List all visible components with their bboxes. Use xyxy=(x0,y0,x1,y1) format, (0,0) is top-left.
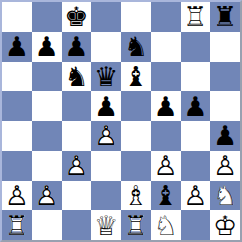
white-rook-icon[interactable]: ♜♖ xyxy=(2,210,32,240)
piece-outline: ♗ xyxy=(124,181,148,210)
square-d2[interactable] xyxy=(91,181,121,211)
white-knight-icon[interactable]: ♞♘ xyxy=(151,210,181,240)
piece-outline: ♙ xyxy=(35,181,59,210)
piece-outline: ♙ xyxy=(183,181,207,210)
black-pawn-icon[interactable]: ♟ xyxy=(91,91,121,121)
square-g7[interactable] xyxy=(181,32,211,62)
white-pawn-icon[interactable]: ♟♙ xyxy=(181,181,211,211)
piece-outline: ♘ xyxy=(213,181,237,210)
square-e6[interactable]: ♝ xyxy=(121,62,151,92)
black-bishop-icon[interactable]: ♝ xyxy=(121,62,151,92)
square-a4[interactable] xyxy=(2,121,32,151)
square-c7[interactable]: ♟ xyxy=(62,32,92,62)
square-e7[interactable]: ♞ xyxy=(121,32,151,62)
piece-outline: ♙ xyxy=(5,181,29,210)
square-a5[interactable] xyxy=(2,91,32,121)
square-b3[interactable] xyxy=(32,151,62,181)
square-d8[interactable] xyxy=(91,2,121,32)
square-f7[interactable] xyxy=(151,32,181,62)
black-pawn-icon[interactable]: ♟ xyxy=(32,32,62,62)
piece-outline: ♘ xyxy=(154,211,178,240)
square-d6[interactable]: ♛ xyxy=(91,62,121,92)
piece-outline: ♙ xyxy=(64,151,88,180)
square-d5[interactable]: ♟ xyxy=(91,91,121,121)
square-f6[interactable] xyxy=(151,62,181,92)
square-b5[interactable] xyxy=(32,91,62,121)
black-bishop-icon[interactable]: ♝ xyxy=(151,181,181,211)
white-pawn-icon[interactable]: ♟♙ xyxy=(2,181,32,211)
white-pawn-icon[interactable]: ♟♙ xyxy=(210,151,240,181)
square-b4[interactable] xyxy=(32,121,62,151)
black-pawn-icon[interactable]: ♟ xyxy=(2,32,32,62)
square-g1[interactable] xyxy=(181,210,211,240)
white-knight-icon[interactable]: ♞♘ xyxy=(210,181,240,211)
square-a6[interactable] xyxy=(2,62,32,92)
square-b6[interactable] xyxy=(32,62,62,92)
square-a3[interactable] xyxy=(2,151,32,181)
black-rook-icon[interactable]: ♜ xyxy=(210,2,240,32)
square-f8[interactable] xyxy=(151,2,181,32)
white-pawn-icon[interactable]: ♟♙ xyxy=(91,121,121,151)
square-d4[interactable]: ♟♙ xyxy=(91,121,121,151)
white-pawn-icon[interactable]: ♟♙ xyxy=(32,181,62,211)
square-f2[interactable]: ♝ xyxy=(151,181,181,211)
piece-outline: ♖ xyxy=(5,211,29,240)
square-c3[interactable]: ♟♙ xyxy=(62,151,92,181)
black-pawn-icon[interactable]: ♟ xyxy=(151,91,181,121)
square-f3[interactable]: ♟♙ xyxy=(151,151,181,181)
square-g6[interactable] xyxy=(181,62,211,92)
square-d3[interactable] xyxy=(91,151,121,181)
square-h1[interactable]: ♚♔ xyxy=(210,210,240,240)
black-king-icon[interactable]: ♚ xyxy=(62,2,92,32)
piece-outline: ♙ xyxy=(154,151,178,180)
square-h2[interactable]: ♞♘ xyxy=(210,181,240,211)
square-a8[interactable] xyxy=(2,2,32,32)
square-c5[interactable] xyxy=(62,91,92,121)
piece-outline: ♕ xyxy=(94,211,118,240)
white-bishop-icon[interactable]: ♝♗ xyxy=(121,181,151,211)
square-b7[interactable]: ♟ xyxy=(32,32,62,62)
piece-outline: ♖ xyxy=(124,211,148,240)
black-queen-icon[interactable]: ♛ xyxy=(91,62,121,92)
white-king-icon[interactable]: ♚♔ xyxy=(210,210,240,240)
square-a7[interactable]: ♟ xyxy=(2,32,32,62)
square-g4[interactable] xyxy=(181,121,211,151)
square-c6[interactable]: ♞ xyxy=(62,62,92,92)
piece-outline: ♙ xyxy=(94,121,118,150)
square-c1[interactable] xyxy=(62,210,92,240)
white-rook-icon[interactable]: ♜♖ xyxy=(181,2,211,32)
square-h7[interactable] xyxy=(210,32,240,62)
square-b8[interactable] xyxy=(32,2,62,32)
white-rook-icon[interactable]: ♜♖ xyxy=(121,210,151,240)
piece-outline: ♙ xyxy=(213,151,237,180)
square-e8[interactable] xyxy=(121,2,151,32)
square-g3[interactable] xyxy=(181,151,211,181)
piece-outline: ♖ xyxy=(183,2,207,31)
square-h5[interactable] xyxy=(210,91,240,121)
square-a1[interactable]: ♜♖ xyxy=(2,210,32,240)
square-f4[interactable] xyxy=(151,121,181,151)
square-b2[interactable]: ♟♙ xyxy=(32,181,62,211)
square-e1[interactable]: ♜♖ xyxy=(121,210,151,240)
square-g2[interactable]: ♟♙ xyxy=(181,181,211,211)
white-pawn-icon[interactable]: ♟♙ xyxy=(151,151,181,181)
square-h6[interactable] xyxy=(210,62,240,92)
black-knight-icon[interactable]: ♞ xyxy=(62,62,92,92)
black-pawn-icon[interactable]: ♟ xyxy=(62,32,92,62)
square-e3[interactable] xyxy=(121,151,151,181)
square-f5[interactable]: ♟ xyxy=(151,91,181,121)
square-a2[interactable]: ♟♙ xyxy=(2,181,32,211)
chess-board: ♚♜♖♜♟♟♟♞♞♛♝♟♟♟♟♙♟♟♙♟♙♟♙♟♙♟♙♝♗♝♟♙♞♘♜♖♛♕♜♖… xyxy=(0,0,242,242)
square-e5[interactable] xyxy=(121,91,151,121)
black-pawn-icon[interactable]: ♟ xyxy=(210,121,240,151)
square-d7[interactable] xyxy=(91,32,121,62)
square-c2[interactable] xyxy=(62,181,92,211)
square-h3[interactable]: ♟♙ xyxy=(210,151,240,181)
square-g5[interactable]: ♟ xyxy=(181,91,211,121)
square-c4[interactable] xyxy=(62,121,92,151)
square-d1[interactable]: ♛♕ xyxy=(91,210,121,240)
square-b1[interactable] xyxy=(32,210,62,240)
square-h8[interactable]: ♜ xyxy=(210,2,240,32)
white-pawn-icon[interactable]: ♟♙ xyxy=(62,151,92,181)
square-c8[interactable]: ♚ xyxy=(62,2,92,32)
square-h4[interactable]: ♟ xyxy=(210,121,240,151)
piece-outline: ♔ xyxy=(213,211,237,240)
square-e4[interactable] xyxy=(121,121,151,151)
white-queen-icon[interactable]: ♛♕ xyxy=(91,210,121,240)
square-e2[interactable]: ♝♗ xyxy=(121,181,151,211)
black-knight-icon[interactable]: ♞ xyxy=(121,32,151,62)
square-g8[interactable]: ♜♖ xyxy=(181,2,211,32)
black-pawn-icon[interactable]: ♟ xyxy=(181,91,211,121)
square-f1[interactable]: ♞♘ xyxy=(151,210,181,240)
